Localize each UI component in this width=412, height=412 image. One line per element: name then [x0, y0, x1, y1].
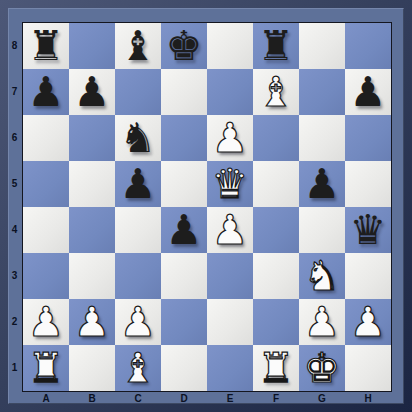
square-d8[interactable]: ♚: [161, 23, 207, 69]
piece-black-pawn[interactable]: ♟: [304, 164, 341, 205]
rank-label-2: 2: [8, 298, 21, 344]
square-a4[interactable]: [23, 207, 69, 253]
square-h5[interactable]: [345, 161, 391, 207]
square-h1[interactable]: [345, 345, 391, 391]
board-margin-surface: ♜♝♚♜♟♟♝♟♞♟♟♛♟♟♟♛♞♟♟♟♟♟♜♝♜♚ 87654321 ABCD…: [8, 8, 404, 404]
square-b7[interactable]: ♟: [69, 69, 115, 115]
piece-black-rook[interactable]: ♜: [258, 26, 295, 67]
file-label-f: F: [253, 393, 299, 404]
square-b8[interactable]: [69, 23, 115, 69]
square-b5[interactable]: [69, 161, 115, 207]
square-a8[interactable]: ♜: [23, 23, 69, 69]
square-f8[interactable]: ♜: [253, 23, 299, 69]
square-g7[interactable]: [299, 69, 345, 115]
square-a2[interactable]: ♟: [23, 299, 69, 345]
piece-black-knight[interactable]: ♞: [120, 118, 157, 159]
square-c1[interactable]: ♝: [115, 345, 161, 391]
file-label-a: A: [23, 393, 69, 404]
square-d7[interactable]: [161, 69, 207, 115]
piece-white-rook[interactable]: ♜: [28, 348, 65, 389]
square-g1[interactable]: ♚: [299, 345, 345, 391]
piece-white-pawn[interactable]: ♟: [304, 302, 341, 343]
square-g6[interactable]: [299, 115, 345, 161]
piece-black-pawn[interactable]: ♟: [28, 72, 65, 113]
square-g4[interactable]: [299, 207, 345, 253]
square-e1[interactable]: [207, 345, 253, 391]
rank-label-3: 3: [8, 252, 21, 298]
square-d3[interactable]: [161, 253, 207, 299]
rank-label-6: 6: [8, 114, 21, 160]
square-b3[interactable]: [69, 253, 115, 299]
square-e6[interactable]: ♟: [207, 115, 253, 161]
square-c5[interactable]: ♟: [115, 161, 161, 207]
square-e8[interactable]: [207, 23, 253, 69]
piece-white-pawn[interactable]: ♟: [212, 118, 249, 159]
piece-black-pawn[interactable]: ♟: [74, 72, 111, 113]
piece-white-bishop[interactable]: ♝: [120, 348, 157, 389]
file-label-c: C: [115, 393, 161, 404]
rank-label-4: 4: [8, 206, 21, 252]
piece-white-rook[interactable]: ♜: [258, 348, 295, 389]
board-frame: ♜♝♚♜♟♟♝♟♞♟♟♛♟♟♟♛♞♟♟♟♟♟♜♝♜♚ 87654321 ABCD…: [0, 0, 412, 412]
square-f7[interactable]: ♝: [253, 69, 299, 115]
square-c8[interactable]: ♝: [115, 23, 161, 69]
piece-white-king[interactable]: ♚: [304, 348, 341, 389]
square-b2[interactable]: ♟: [69, 299, 115, 345]
square-d1[interactable]: [161, 345, 207, 391]
piece-white-pawn[interactable]: ♟: [350, 302, 387, 343]
square-e3[interactable]: [207, 253, 253, 299]
rank-label-7: 7: [8, 68, 21, 114]
square-a7[interactable]: ♟: [23, 69, 69, 115]
square-c6[interactable]: ♞: [115, 115, 161, 161]
piece-black-queen[interactable]: ♛: [350, 210, 387, 251]
square-d5[interactable]: [161, 161, 207, 207]
square-c2[interactable]: ♟: [115, 299, 161, 345]
square-b4[interactable]: [69, 207, 115, 253]
square-h4[interactable]: ♛: [345, 207, 391, 253]
piece-black-rook[interactable]: ♜: [28, 26, 65, 67]
piece-black-pawn[interactable]: ♟: [166, 210, 203, 251]
piece-black-king[interactable]: ♚: [166, 26, 203, 67]
piece-black-bishop[interactable]: ♝: [120, 26, 157, 67]
square-h8[interactable]: [345, 23, 391, 69]
square-f4[interactable]: [253, 207, 299, 253]
square-a3[interactable]: [23, 253, 69, 299]
piece-white-queen[interactable]: ♛: [212, 164, 249, 205]
square-g3[interactable]: ♞: [299, 253, 345, 299]
square-h7[interactable]: ♟: [345, 69, 391, 115]
rank-label-5: 5: [8, 160, 21, 206]
file-label-b: B: [69, 393, 115, 404]
square-e4[interactable]: ♟: [207, 207, 253, 253]
square-f3[interactable]: [253, 253, 299, 299]
square-e5[interactable]: ♛: [207, 161, 253, 207]
square-h2[interactable]: ♟: [345, 299, 391, 345]
square-g5[interactable]: ♟: [299, 161, 345, 207]
piece-black-pawn[interactable]: ♟: [120, 164, 157, 205]
file-label-e: E: [207, 393, 253, 404]
square-a1[interactable]: ♜: [23, 345, 69, 391]
square-f5[interactable]: [253, 161, 299, 207]
square-e7[interactable]: [207, 69, 253, 115]
file-label-d: D: [161, 393, 207, 404]
square-h6[interactable]: [345, 115, 391, 161]
square-a5[interactable]: [23, 161, 69, 207]
square-d6[interactable]: [161, 115, 207, 161]
piece-white-pawn[interactable]: ♟: [120, 302, 157, 343]
square-g8[interactable]: [299, 23, 345, 69]
rank-label-1: 1: [8, 344, 21, 390]
piece-white-pawn[interactable]: ♟: [212, 210, 249, 251]
square-f6[interactable]: [253, 115, 299, 161]
square-c4[interactable]: [115, 207, 161, 253]
square-d2[interactable]: [161, 299, 207, 345]
piece-white-pawn[interactable]: ♟: [28, 302, 65, 343]
square-c7[interactable]: [115, 69, 161, 115]
file-label-h: H: [345, 393, 391, 404]
piece-white-knight[interactable]: ♞: [304, 256, 341, 297]
square-b1[interactable]: [69, 345, 115, 391]
chess-board[interactable]: ♜♝♚♜♟♟♝♟♞♟♟♛♟♟♟♛♞♟♟♟♟♟♜♝♜♚: [22, 22, 392, 392]
square-h3[interactable]: [345, 253, 391, 299]
square-f1[interactable]: ♜: [253, 345, 299, 391]
square-f2[interactable]: [253, 299, 299, 345]
square-g2[interactable]: ♟: [299, 299, 345, 345]
square-e2[interactable]: [207, 299, 253, 345]
square-a6[interactable]: [23, 115, 69, 161]
piece-black-pawn[interactable]: ♟: [350, 72, 387, 113]
square-d4[interactable]: ♟: [161, 207, 207, 253]
piece-white-pawn[interactable]: ♟: [74, 302, 111, 343]
square-b6[interactable]: [69, 115, 115, 161]
square-c3[interactable]: [115, 253, 161, 299]
piece-white-bishop[interactable]: ♝: [258, 72, 295, 113]
file-label-g: G: [299, 393, 345, 404]
rank-label-8: 8: [8, 22, 21, 68]
